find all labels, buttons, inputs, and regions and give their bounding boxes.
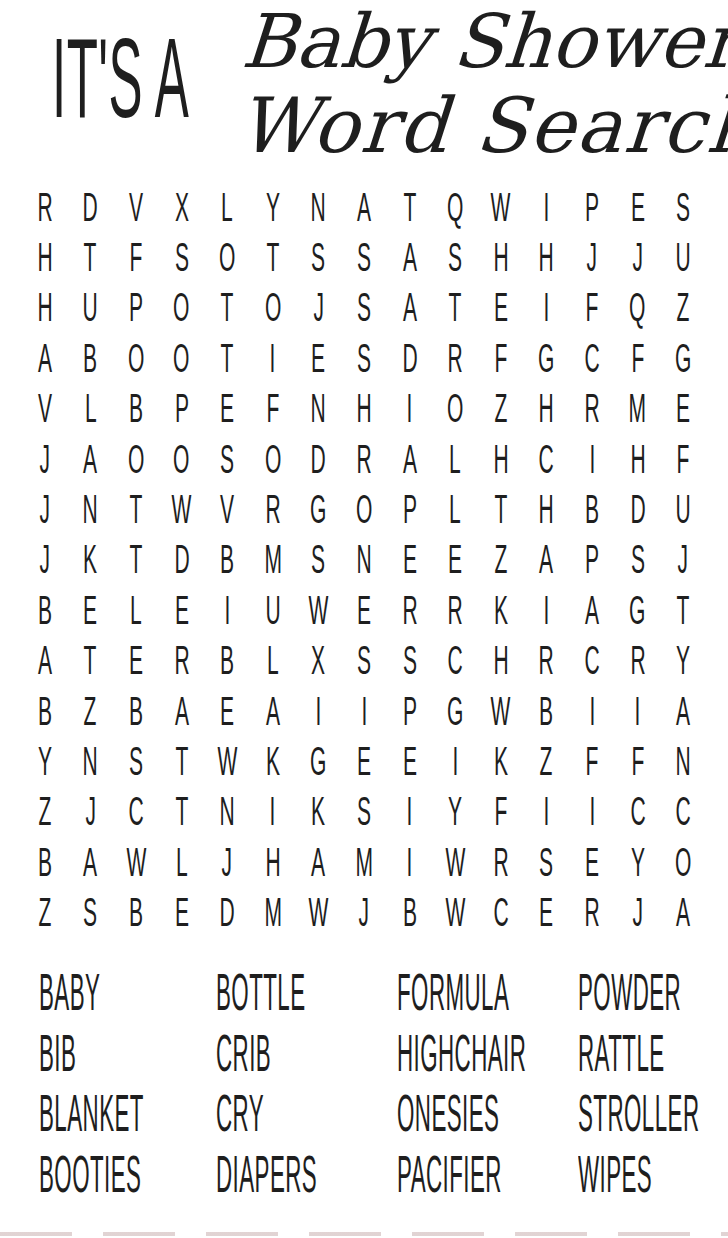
grid-cell[interactable]: T [478,484,524,534]
grid-cell[interactable]: H [524,232,570,282]
grid-cell[interactable]: B [113,888,159,938]
grid-letter: W [217,742,237,782]
grid-cell[interactable]: T [113,535,159,585]
grid-cell[interactable]: J [22,484,68,534]
grid-cell[interactable]: H [22,232,68,282]
grid-letter: T [84,641,97,681]
grid-cell[interactable]: G [615,585,661,635]
grid-cell[interactable]: M [615,384,661,434]
grid-cell[interactable]: T [159,787,205,837]
grid-cell[interactable]: A [569,585,615,635]
grid-cell[interactable]: O [250,283,296,333]
grid-letter: I [452,742,458,782]
grid-letter: G [310,490,326,530]
grid-cell[interactable]: G [296,736,342,786]
grid-cell[interactable]: F [615,736,661,786]
grid-cell[interactable]: I [524,182,570,232]
grid-cell[interactable]: M [250,535,296,585]
grid-cell[interactable]: U [660,484,706,534]
grid-letter: E [403,540,417,580]
grid-letter: E [129,641,143,681]
grid-letter: H [630,439,645,479]
grid-letter: A [676,691,690,731]
grid-cell[interactable]: S [432,232,478,282]
grid-letter: T [130,540,143,580]
grid-cell[interactable]: T [250,232,296,282]
grid-cell[interactable]: P [387,484,433,534]
grid-cell[interactable]: S [387,636,433,686]
grid-cell[interactable]: A [250,686,296,736]
grid-letter: G [629,591,645,631]
grid-cell[interactable]: K [250,736,296,786]
word-list-label: BIB [39,1027,76,1079]
grid-cell[interactable]: D [159,535,205,585]
grid-cell[interactable]: F [250,384,296,434]
grid-cell[interactable]: H [22,283,68,333]
grid-cell[interactable]: I [524,585,570,635]
grid-letter: T [677,591,690,631]
grid-letter: J [40,439,51,479]
grid-letter: S [676,187,690,227]
grid-cell[interactable]: A [341,182,387,232]
grid-cell[interactable]: O [341,484,387,534]
grid-cell[interactable]: O [204,232,250,282]
word-list-label: HIGHCHAIR [397,1027,526,1079]
grid-letter: S [357,792,371,832]
grid-cell[interactable]: S [341,283,387,333]
grid-cell[interactable]: F [478,787,524,837]
grid-cell[interactable]: S [524,837,570,887]
grid-letter: H [265,843,280,883]
grid-cell[interactable]: O [113,333,159,383]
grid-cell[interactable]: D [387,333,433,383]
grid-cell[interactable]: N [341,535,387,585]
grid-cell[interactable]: E [296,333,342,383]
grid-cell[interactable]: K [296,787,342,837]
grid-cell[interactable]: W [204,736,250,786]
grid-cell[interactable]: A [22,333,68,383]
grid-letter: R [402,591,417,631]
grid-cell[interactable]: T [387,182,433,232]
grid-cell[interactable]: W [478,686,524,736]
grid-cell[interactable]: I [569,686,615,736]
grid-cell[interactable]: P [569,535,615,585]
grid-cell[interactable]: S [68,888,114,938]
grid-cell[interactable]: E [478,283,524,333]
grid-cell[interactable]: E [204,384,250,434]
grid-letter: Z [494,540,507,580]
grid-cell[interactable]: H [524,484,570,534]
grid-letter: B [129,389,143,429]
grid-letter: W [445,893,465,933]
word-list-item: ONESIES [397,1083,578,1144]
grid-cell[interactable]: L [250,636,296,686]
grid-cell[interactable]: U [660,232,706,282]
grid-letter: A [311,843,325,883]
grid-letter: W [445,843,465,883]
grid-cell[interactable]: I [250,333,296,383]
grid-cell[interactable]: J [660,535,706,585]
grid-letter: R [539,641,554,681]
grid-cell[interactable]: C [524,434,570,484]
grid-cell[interactable]: L [159,837,205,887]
grid-letter: Z [540,742,553,782]
grid-letter: G [538,339,554,379]
grid-cell[interactable]: J [22,434,68,484]
grid-cell[interactable]: W [159,484,205,534]
grid-cell[interactable]: W [296,888,342,938]
grid-cell[interactable]: R [250,484,296,534]
grid-cell[interactable]: A [159,686,205,736]
grid-cell[interactable]: Y [660,636,706,686]
grid-cell[interactable]: S [341,333,387,383]
grid-cell[interactable]: I [615,686,661,736]
grid-cell[interactable]: I [204,585,250,635]
grid-cell[interactable]: B [22,686,68,736]
grid-letter: S [631,540,645,580]
grid-letter: S [220,439,234,479]
grid-cell[interactable]: E [432,535,478,585]
grid-cell[interactable]: L [432,484,478,534]
grid-letter: T [266,238,279,278]
grid-cell[interactable]: T [68,636,114,686]
word-list-item: FORMULA [397,962,578,1023]
grid-cell[interactable]: W [432,888,478,938]
grid-letter: D [174,540,189,580]
grid-cell[interactable]: V [22,384,68,434]
grid-cell[interactable]: A [660,686,706,736]
grid-letter: A [38,641,52,681]
grid-cell[interactable]: L [68,384,114,434]
grid-cell[interactable]: T [660,585,706,635]
grid-cell[interactable]: Z [524,736,570,786]
grid-cell[interactable]: I [250,787,296,837]
grid-cell[interactable]: R [432,585,478,635]
grid-letter: D [220,893,235,933]
grid-cell[interactable]: A [68,837,114,887]
grid-cell[interactable]: U [250,585,296,635]
grid-cell[interactable]: E [660,384,706,434]
grid-cell[interactable]: C [432,636,478,686]
grid-cell[interactable]: B [22,585,68,635]
grid-cell[interactable]: E [341,585,387,635]
grid-letter: N [83,490,98,530]
grid-cell[interactable]: Z [22,787,68,837]
grid-cell[interactable]: L [113,585,159,635]
grid-cell[interactable]: S [296,535,342,585]
grid-cell[interactable]: B [524,686,570,736]
grid-cell[interactable]: H [615,434,661,484]
grid-cell[interactable]: B [68,333,114,383]
grid-letter: W [491,187,511,227]
grid-cell[interactable]: I [341,686,387,736]
grid-cell[interactable]: Q [615,283,661,333]
grid-cell[interactable]: Z [68,686,114,736]
grid-cell[interactable]: E [159,585,205,635]
grid-cell[interactable]: D [68,182,114,232]
grid-cell[interactable]: H [250,837,296,887]
grid-cell[interactable]: R [569,384,615,434]
grid-cell[interactable]: T [68,232,114,282]
grid-letter: Z [38,792,51,832]
grid-cell[interactable]: S [341,787,387,837]
grid-letter: O [219,238,235,278]
grid-cell[interactable]: C [478,888,524,938]
grid-letter: B [83,339,97,379]
grid-cell[interactable]: E [615,182,661,232]
grid-cell[interactable]: E [341,736,387,786]
grid-cell[interactable]: O [660,837,706,887]
grid-letter: S [448,238,462,278]
grid-cell[interactable]: J [615,888,661,938]
grid-cell[interactable]: B [22,837,68,887]
grid-letter: C [584,641,599,681]
grid-cell[interactable]: I [569,787,615,837]
grid-cell[interactable]: N [660,736,706,786]
grid-letter: G [447,691,463,731]
grid-cell[interactable]: P [569,182,615,232]
grid-cell[interactable]: F [113,232,159,282]
grid-cell[interactable]: S [204,434,250,484]
grid-cell[interactable]: T [159,736,205,786]
grid-cell[interactable]: F [478,333,524,383]
grid-cell[interactable]: O [250,434,296,484]
grid-cell[interactable]: M [250,888,296,938]
grid-letter: A [403,288,417,328]
grid-letter: O [173,439,189,479]
grid-letter: E [676,389,690,429]
grid-cell[interactable]: B [387,888,433,938]
grid-cell[interactable]: T [204,283,250,333]
grid-cell[interactable]: Y [250,182,296,232]
grid-cell[interactable]: O [113,434,159,484]
word-list-label: WIPES [578,1148,652,1200]
grid-cell[interactable]: K [478,736,524,786]
grid-cell[interactable]: E [387,736,433,786]
grid-cell[interactable]: S [113,736,159,786]
grid-cell[interactable]: H [341,384,387,434]
grid-letter: K [311,792,325,832]
grid-cell[interactable]: N [68,484,114,534]
grid-cell[interactable]: I [387,787,433,837]
grid-cell[interactable]: A [524,535,570,585]
grid-cell[interactable]: C [660,787,706,837]
grid-letter: T [175,792,188,832]
grid-cell[interactable]: V [204,484,250,534]
grid-letter: O [356,490,372,530]
grid-cell[interactable]: J [615,232,661,282]
grid-cell[interactable]: R [22,182,68,232]
grid-cell[interactable]: I [296,686,342,736]
grid-cell[interactable]: R [432,333,478,383]
grid-cell[interactable]: O [159,283,205,333]
grid-cell[interactable]: G [524,333,570,383]
grid-letter: B [38,843,52,883]
grid-cell[interactable]: B [569,484,615,534]
grid-cell[interactable]: J [68,787,114,837]
grid-cell[interactable]: K [478,585,524,635]
grid-cell[interactable]: Y [22,736,68,786]
grid-letter: J [313,288,324,328]
grid-letter: S [129,742,143,782]
grid-cell[interactable]: Q [432,182,478,232]
grid-cell[interactable]: B [204,636,250,686]
grid-cell[interactable]: E [68,585,114,635]
grid-letter: I [543,187,549,227]
grid-cell[interactable]: Z [478,384,524,434]
grid-cell[interactable]: P [387,686,433,736]
grid-cell[interactable]: B [113,686,159,736]
grid-cell[interactable]: R [524,636,570,686]
grid-cell[interactable]: P [159,384,205,434]
grid-cell[interactable]: R [387,585,433,635]
grid-cell[interactable]: R [569,888,615,938]
word-search-grid: RDVXLYNATQWIPESHTFSOTSSASHHJJUHUPOTOJSAT… [22,182,706,938]
grid-cell[interactable]: P [113,283,159,333]
grid-cell[interactable]: S [296,232,342,282]
grid-letter: I [589,792,595,832]
grid-cell[interactable]: B [113,384,159,434]
grid-cell[interactable]: R [341,434,387,484]
grid-letter: F [494,339,507,379]
grid-cell[interactable]: H [478,434,524,484]
grid-cell[interactable]: G [296,484,342,534]
grid-cell[interactable]: E [204,686,250,736]
grid-cell[interactable]: A [387,434,433,484]
grid-cell[interactable]: W [296,585,342,635]
grid-cell[interactable]: Z [22,888,68,938]
grid-cell[interactable]: S [341,636,387,686]
grid-cell[interactable]: O [159,434,205,484]
grid-letter: I [589,439,595,479]
grid-cell[interactable]: I [387,837,433,887]
grid-cell[interactable]: N [296,182,342,232]
grid-cell[interactable]: C [569,333,615,383]
grid-letter: F [266,389,279,429]
grid-cell[interactable]: T [113,484,159,534]
grid-letter: S [311,540,325,580]
grid-letter: J [359,893,370,933]
grid-cell[interactable]: W [478,182,524,232]
grid-cell[interactable]: A [387,232,433,282]
grid-cell[interactable]: X [159,182,205,232]
grid-cell[interactable]: E [569,837,615,887]
grid-cell[interactable]: T [204,333,250,383]
grid-cell[interactable]: S [341,232,387,282]
grid-cell[interactable]: H [524,384,570,434]
grid-cell[interactable]: R [615,636,661,686]
grid-cell[interactable]: W [432,837,478,887]
grid-cell[interactable]: S [660,182,706,232]
grid-cell[interactable]: N [68,736,114,786]
grid-cell[interactable]: E [113,636,159,686]
grid-letter: P [585,187,599,227]
word-list-column: POWDERRATTLESTROLLERWIPES [578,962,728,1206]
grid-letter: E [631,187,645,227]
grid-cell[interactable]: J [341,888,387,938]
grid-letter: T [221,339,234,379]
grid-cell[interactable]: S [159,232,205,282]
grid-cell[interactable]: I [387,384,433,434]
grid-cell[interactable]: O [159,333,205,383]
grid-cell[interactable]: R [478,837,524,887]
grid-cell[interactable]: F [569,736,615,786]
grid-cell[interactable]: Z [478,535,524,585]
grid-cell[interactable]: E [524,888,570,938]
grid-letter: Y [448,792,462,832]
word-list-item: RATTLE [578,1023,728,1084]
grid-cell[interactable]: J [204,837,250,887]
grid-letter: Y [266,187,280,227]
grid-cell[interactable]: X [296,636,342,686]
grid-cell[interactable]: I [569,434,615,484]
grid-cell[interactable]: M [341,837,387,887]
grid-cell[interactable]: Y [432,787,478,837]
grid-cell[interactable]: O [432,384,478,434]
grid-cell[interactable]: R [159,636,205,686]
grid-cell[interactable]: H [478,232,524,282]
grid-cell[interactable]: K [68,535,114,585]
grid-cell[interactable]: V [113,182,159,232]
word-list-item: BOOTIES [39,1144,216,1205]
grid-cell[interactable]: N [204,787,250,837]
grid-cell[interactable]: A [22,636,68,686]
grid-cell[interactable]: G [432,686,478,736]
grid-letter: B [129,893,143,933]
grid-cell[interactable]: F [660,434,706,484]
grid-letter: U [265,591,280,631]
grid-cell[interactable]: I [524,787,570,837]
grid-cell[interactable]: C [569,636,615,686]
grid-cell[interactable]: W [113,837,159,887]
grid-cell[interactable]: Y [615,837,661,887]
grid-cell[interactable]: L [204,182,250,232]
grid-letter: A [83,439,97,479]
grid-cell[interactable]: J [569,232,615,282]
grid-cell[interactable]: A [387,283,433,333]
grid-cell[interactable]: D [615,484,661,534]
grid-cell[interactable]: I [432,736,478,786]
grid-cell[interactable]: A [68,434,114,484]
grid-cell[interactable]: F [569,283,615,333]
grid-letter: T [175,742,188,782]
grid-cell[interactable]: Z [660,283,706,333]
grid-cell[interactable]: G [660,333,706,383]
grid-cell[interactable]: A [296,837,342,887]
title-prefix: IT'S A [52,22,189,135]
grid-cell[interactable]: A [660,888,706,938]
grid-cell[interactable]: N [296,384,342,434]
grid-cell[interactable]: B [204,535,250,585]
grid-cell[interactable]: E [159,888,205,938]
grid-cell[interactable]: S [615,535,661,585]
grid-letter: F [586,742,599,782]
grid-cell[interactable]: J [296,283,342,333]
grid-cell[interactable]: C [615,787,661,837]
grid-cell[interactable]: U [68,283,114,333]
grid-cell[interactable]: D [204,888,250,938]
grid-cell[interactable]: T [432,283,478,333]
grid-cell[interactable]: F [615,333,661,383]
grid-cell[interactable]: E [387,535,433,585]
grid-letter: S [403,641,417,681]
grid-cell[interactable]: I [524,283,570,333]
grid-cell[interactable]: C [113,787,159,837]
grid-cell[interactable]: L [432,434,478,484]
grid-cell[interactable]: H [478,636,524,686]
grid-cell[interactable]: D [296,434,342,484]
grid-cell[interactable]: J [22,535,68,585]
